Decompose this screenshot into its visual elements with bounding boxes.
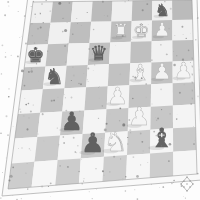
square-f2 [127, 130, 150, 155]
square-g4 [151, 83, 173, 107]
square-h7 [172, 20, 193, 41]
square-a2 [11, 137, 37, 163]
square-c2 [58, 134, 83, 160]
square-b8 [51, 2, 73, 23]
square-e1 [103, 155, 128, 181]
piece-white-knight-e2: ♞ [104, 126, 128, 157]
piece-black-queen-d6: ♛ [90, 41, 108, 65]
square-b2 [35, 136, 61, 162]
piece-white-rook-e7: ♜ [112, 20, 129, 41]
piece-black-knight-b5: ♞ [44, 64, 64, 89]
square-c8 [71, 1, 93, 22]
square-a7 [27, 23, 50, 45]
piece-black-pawn-d2: ♟ [81, 127, 105, 158]
square-g1 [150, 152, 174, 178]
piece-white-bishop-f5: ♝ [131, 60, 151, 85]
square-c6 [67, 43, 90, 66]
square-a8 [30, 2, 53, 23]
square-d5 [86, 64, 109, 87]
square-h8 [172, 0, 193, 20]
square-e8 [111, 1, 132, 22]
piece-black-knight-g8: ♞ [154, 0, 169, 20]
chessboard-photo: ♞♜♚♟♚♛♞♝♟♟♟♟♟♟♞♝ [0, 0, 200, 200]
square-b1 [32, 160, 58, 187]
square-h4 [173, 82, 195, 105]
square-h3 [173, 104, 196, 128]
piece-white-pawn-f3: ♟ [128, 102, 151, 131]
piece-white-pawn-g7: ♟ [154, 19, 171, 40]
square-c1 [55, 158, 81, 185]
square-c7 [69, 22, 91, 44]
square-b3 [37, 112, 62, 137]
piece-white-pawn-e4: ♟ [107, 82, 128, 110]
square-d4 [84, 86, 107, 110]
square-b7 [48, 22, 71, 44]
square-a5 [21, 67, 45, 91]
piece-black-king-a6: ♚ [26, 43, 44, 67]
piece-white-pawn-h5: ♟ [174, 58, 194, 83]
square-c5 [65, 65, 88, 88]
board-svg: ♞♜♚♟♚♛♞♝♟♟♟♟♟♟♞♝ [0, 0, 200, 200]
square-d1 [79, 157, 104, 184]
square-e6 [109, 42, 131, 64]
square-a3 [15, 113, 40, 139]
square-h1 [173, 150, 197, 176]
square-d8 [91, 1, 112, 22]
piece-white-king-f7: ♚ [133, 20, 150, 41]
square-a4 [18, 89, 43, 114]
piece-black-bishop-g2: ♝ [150, 122, 174, 153]
piece-white-pawn-g5: ♟ [152, 59, 172, 84]
square-h2 [173, 127, 196, 152]
